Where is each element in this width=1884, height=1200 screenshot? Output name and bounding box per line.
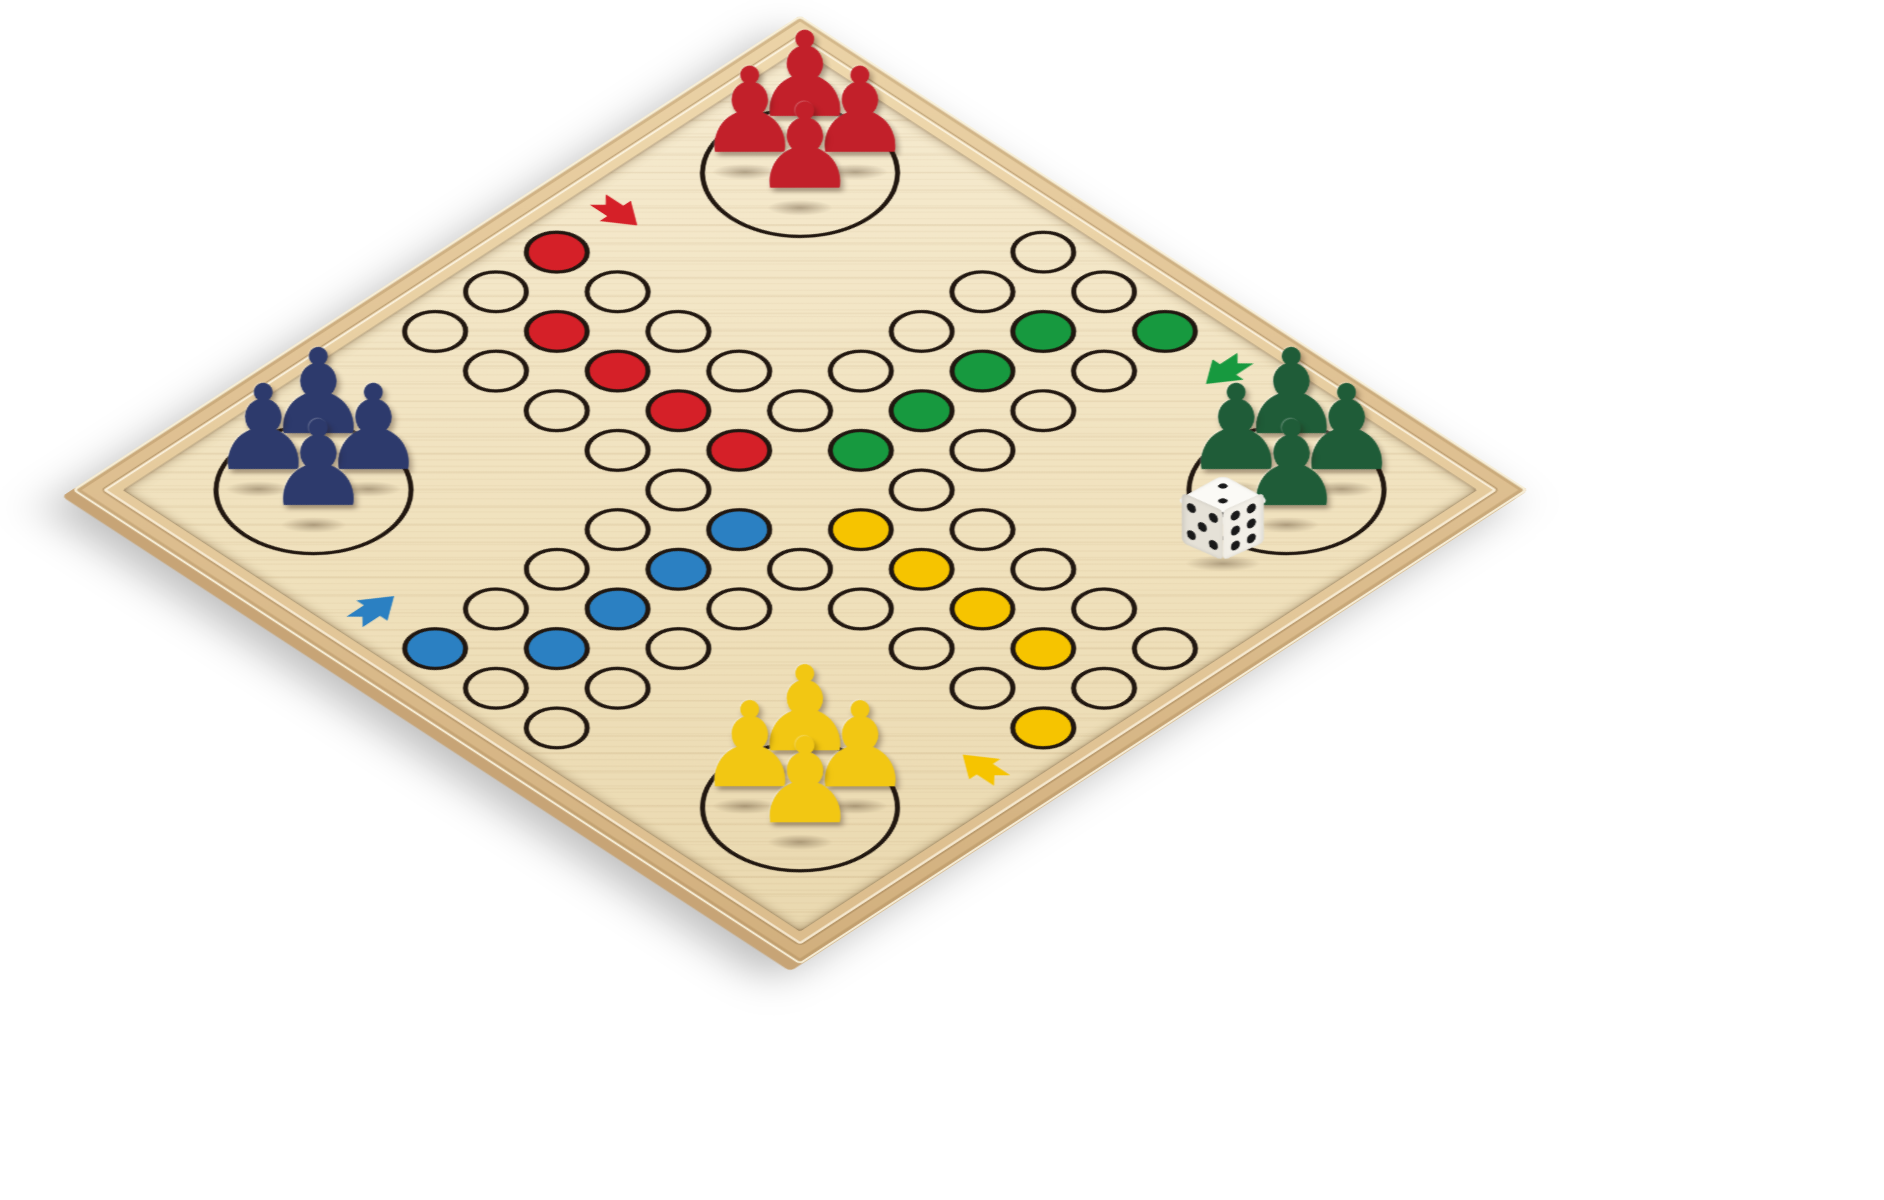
home-cell-yellow-2[interactable] <box>875 539 968 600</box>
track-cell[interactable] <box>449 579 542 640</box>
die-pip <box>1198 520 1207 533</box>
die-pip <box>1216 497 1229 504</box>
track-cell[interactable] <box>510 380 603 441</box>
pawn-blue-4[interactable]: ♟ <box>266 402 362 526</box>
die-pip <box>1216 482 1229 489</box>
home-cell-green-1[interactable] <box>997 301 1090 362</box>
home-cell-blue-2[interactable] <box>632 539 725 600</box>
photo-canvas: ♟♟♟♟♟♟♟♟♟♟♟♟♟♟♟♟ <box>0 0 1884 1200</box>
home-cell-blue-3[interactable] <box>571 579 664 640</box>
track-cell[interactable] <box>936 420 1029 481</box>
track-cell[interactable] <box>936 658 1029 719</box>
start-arrow-yellow <box>947 744 1018 790</box>
track-cell[interactable] <box>632 301 725 362</box>
home-cell-red-1[interactable] <box>510 301 603 362</box>
die-pip <box>1209 538 1218 551</box>
track-cell[interactable] <box>1057 341 1150 402</box>
track-cell[interactable] <box>1057 579 1150 640</box>
home-cell-green-2[interactable] <box>936 341 1029 402</box>
track-cell[interactable] <box>693 579 786 640</box>
home-cell-red-4[interactable] <box>693 420 786 481</box>
track-cell[interactable] <box>449 341 542 402</box>
home-cell-blue-4[interactable] <box>510 618 603 679</box>
track-cell[interactable] <box>936 499 1029 560</box>
track-cell[interactable] <box>997 380 1090 441</box>
track-cell[interactable] <box>632 460 725 521</box>
track-cell[interactable] <box>814 341 907 402</box>
die-pip <box>1187 501 1196 514</box>
track-cell[interactable] <box>571 420 664 481</box>
home-cell-yellow-3[interactable] <box>936 579 1029 640</box>
track-cell[interactable] <box>510 539 603 600</box>
track-cell[interactable] <box>571 261 664 322</box>
die-pip <box>1230 523 1239 536</box>
track-cell[interactable] <box>997 539 1090 600</box>
home-cell-red-3[interactable] <box>632 380 725 441</box>
die-pip <box>1247 516 1256 529</box>
track-cell[interactable] <box>814 579 907 640</box>
home-cell-green-3[interactable] <box>875 380 968 441</box>
die-pip <box>1187 528 1196 541</box>
track-cell[interactable] <box>753 380 846 441</box>
pawn-red-4[interactable]: ♟ <box>752 85 848 209</box>
die-pip <box>1230 508 1239 521</box>
track-cell[interactable] <box>632 618 725 679</box>
die[interactable] <box>1181 467 1265 567</box>
home-cell-blue-1[interactable] <box>693 499 786 560</box>
track-cell[interactable] <box>571 658 664 719</box>
track-cell[interactable] <box>875 460 968 521</box>
die-pip <box>1247 531 1256 544</box>
start-arrow-red <box>582 189 653 235</box>
ludo-board: ♟♟♟♟♟♟♟♟♟♟♟♟♟♟♟♟ <box>72 15 1529 965</box>
die-pip <box>1209 511 1218 524</box>
home-cell-yellow-1[interactable] <box>814 499 907 560</box>
home-cell-green-4[interactable] <box>814 420 907 481</box>
track-cell[interactable] <box>571 499 664 560</box>
die-pip <box>1230 538 1239 551</box>
die-pip <box>1247 501 1256 514</box>
track-cell[interactable] <box>875 301 968 362</box>
track-cell[interactable] <box>693 341 786 402</box>
home-cell-red-2[interactable] <box>571 341 664 402</box>
start-arrow-blue <box>339 586 410 632</box>
board-grid: ♟♟♟♟♟♟♟♟♟♟♟♟♟♟♟♟ <box>131 54 1469 926</box>
track-cell[interactable] <box>936 261 1029 322</box>
track-cell[interactable] <box>875 618 968 679</box>
track-cell[interactable] <box>753 539 846 600</box>
pawn-yellow-4[interactable]: ♟ <box>752 719 848 843</box>
home-cell-yellow-4[interactable] <box>997 618 1090 679</box>
